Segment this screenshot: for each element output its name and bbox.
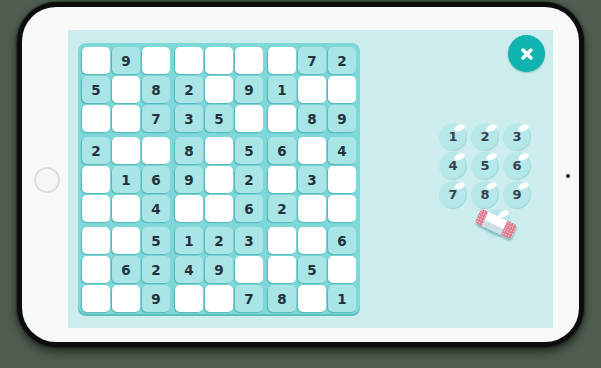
sudoku-cell-r9c9[interactable]: 1 xyxy=(328,285,356,312)
sudoku-cell-r2c2[interactable] xyxy=(112,76,140,103)
sudoku-cell-r6c5[interactable] xyxy=(205,195,233,222)
sudoku-cell-r8c3[interactable]: 2 xyxy=(142,256,170,283)
sudoku-cell-r6c4[interactable] xyxy=(175,195,203,222)
sudoku-cell-r8c2[interactable]: 6 xyxy=(112,256,140,283)
sudoku-cell-r3c8[interactable]: 8 xyxy=(298,105,326,132)
sudoku-cell-r5c4[interactable]: 9 xyxy=(175,166,203,193)
sudoku-cell-r4c1[interactable]: 2 xyxy=(82,137,110,164)
numpad-button-3[interactable]: 3 xyxy=(503,123,531,151)
sudoku-board: 9587293572189216485926643256291234976581 xyxy=(78,43,360,316)
sudoku-cell-r6c2[interactable] xyxy=(112,195,140,222)
sudoku-box-5: 85926 xyxy=(175,137,263,222)
sudoku-cell-r7c5[interactable]: 2 xyxy=(205,227,233,254)
sudoku-cell-r1c3[interactable] xyxy=(142,47,170,74)
sudoku-box-9: 6581 xyxy=(268,227,356,312)
sudoku-cell-r8c1[interactable] xyxy=(82,256,110,283)
sudoku-box-2: 2935 xyxy=(175,47,263,132)
sudoku-box-8: 123497 xyxy=(175,227,263,312)
eraser-button[interactable] xyxy=(483,209,511,237)
sudoku-cell-r7c4[interactable]: 1 xyxy=(175,227,203,254)
sudoku-cell-r8c9[interactable] xyxy=(328,256,356,283)
sudoku-cell-r6c8[interactable] xyxy=(298,195,326,222)
sudoku-cell-r2c1[interactable]: 5 xyxy=(82,76,110,103)
sudoku-cell-r5c9[interactable] xyxy=(328,166,356,193)
sudoku-cell-r7c2[interactable] xyxy=(112,227,140,254)
numpad-button-2[interactable]: 2 xyxy=(471,123,499,151)
sudoku-cell-r7c7[interactable] xyxy=(268,227,296,254)
sudoku-cell-r2c5[interactable] xyxy=(205,76,233,103)
tablet-frame: 9587293572189216485926643256291234976581… xyxy=(17,2,584,347)
sudoku-cell-r5c3[interactable]: 6 xyxy=(142,166,170,193)
sudoku-cell-r9c8[interactable] xyxy=(298,285,326,312)
sudoku-cell-r7c1[interactable] xyxy=(82,227,110,254)
sudoku-cell-r9c4[interactable] xyxy=(175,285,203,312)
sudoku-cell-r4c9[interactable]: 4 xyxy=(328,137,356,164)
sudoku-box-7: 5629 xyxy=(82,227,170,312)
sudoku-cell-r8c5[interactable]: 9 xyxy=(205,256,233,283)
sudoku-cell-r2c6[interactable]: 9 xyxy=(235,76,263,103)
sudoku-cell-r6c3[interactable]: 4 xyxy=(142,195,170,222)
sudoku-cell-r6c7[interactable]: 2 xyxy=(268,195,296,222)
sudoku-box-3: 72189 xyxy=(268,47,356,132)
numpad-button-7[interactable]: 7 xyxy=(439,181,467,209)
numpad-button-1[interactable]: 1 xyxy=(439,123,467,151)
sudoku-cell-r4c8[interactable] xyxy=(298,137,326,164)
game-screen: 9587293572189216485926643256291234976581… xyxy=(68,30,553,328)
sudoku-cell-r2c4[interactable]: 2 xyxy=(175,76,203,103)
sudoku-cell-r4c2[interactable] xyxy=(112,137,140,164)
sudoku-cell-r1c4[interactable] xyxy=(175,47,203,74)
sudoku-cell-r5c7[interactable] xyxy=(268,166,296,193)
sudoku-cell-r2c9[interactable] xyxy=(328,76,356,103)
sudoku-cell-r9c6[interactable]: 7 xyxy=(235,285,263,312)
sudoku-cell-r4c6[interactable]: 5 xyxy=(235,137,263,164)
camera-icon xyxy=(566,174,570,178)
sudoku-cell-r5c6[interactable]: 2 xyxy=(235,166,263,193)
numpad: 123456789 xyxy=(437,122,533,209)
sudoku-cell-r8c6[interactable] xyxy=(235,256,263,283)
sudoku-cell-r3c7[interactable] xyxy=(268,105,296,132)
numpad-button-4[interactable]: 4 xyxy=(439,152,467,180)
sudoku-cell-r3c6[interactable] xyxy=(235,105,263,132)
sudoku-cell-r1c1[interactable] xyxy=(82,47,110,74)
home-button[interactable] xyxy=(34,167,60,193)
sudoku-cell-r3c4[interactable]: 3 xyxy=(175,105,203,132)
sudoku-cell-r1c6[interactable] xyxy=(235,47,263,74)
sudoku-cell-r1c5[interactable] xyxy=(205,47,233,74)
sudoku-box-1: 9587 xyxy=(82,47,170,132)
sudoku-cell-r8c7[interactable] xyxy=(268,256,296,283)
sudoku-cell-r3c9[interactable]: 9 xyxy=(328,105,356,132)
sudoku-box-6: 6432 xyxy=(268,137,356,222)
sudoku-cell-r6c9[interactable] xyxy=(328,195,356,222)
sudoku-cell-r1c9[interactable]: 2 xyxy=(328,47,356,74)
sudoku-cell-r9c3[interactable]: 9 xyxy=(142,285,170,312)
sudoku-box-4: 2164 xyxy=(82,137,170,222)
sudoku-cell-r7c3[interactable]: 5 xyxy=(142,227,170,254)
close-icon xyxy=(519,46,535,62)
sudoku-cell-r6c1[interactable] xyxy=(82,195,110,222)
sudoku-cell-r4c3[interactable] xyxy=(142,137,170,164)
sudoku-cell-r3c1[interactable] xyxy=(82,105,110,132)
sudoku-cell-r1c7[interactable] xyxy=(268,47,296,74)
sudoku-cell-r5c8[interactable]: 3 xyxy=(298,166,326,193)
numpad-button-5[interactable]: 5 xyxy=(471,152,499,180)
sudoku-cell-r7c9[interactable]: 6 xyxy=(328,227,356,254)
sudoku-cell-r7c8[interactable] xyxy=(298,227,326,254)
close-button[interactable] xyxy=(508,35,545,72)
sudoku-cell-r5c2[interactable]: 1 xyxy=(112,166,140,193)
sudoku-cell-r5c5[interactable] xyxy=(205,166,233,193)
sudoku-cell-r5c1[interactable] xyxy=(82,166,110,193)
sudoku-cell-r7c6[interactable]: 3 xyxy=(235,227,263,254)
sudoku-cell-r4c4[interactable]: 8 xyxy=(175,137,203,164)
sudoku-cell-r2c3[interactable]: 8 xyxy=(142,76,170,103)
numpad-button-8[interactable]: 8 xyxy=(471,181,499,209)
sudoku-cell-r8c4[interactable]: 4 xyxy=(175,256,203,283)
tablet-bezel: 9587293572189216485926643256291234976581… xyxy=(22,7,579,342)
sudoku-cell-r4c7[interactable]: 6 xyxy=(268,137,296,164)
sudoku-cell-r8c8[interactable]: 5 xyxy=(298,256,326,283)
sudoku-cell-r3c2[interactable] xyxy=(112,105,140,132)
sudoku-cell-r6c6[interactable]: 6 xyxy=(235,195,263,222)
sudoku-cell-r9c7[interactable]: 8 xyxy=(268,285,296,312)
numpad-button-9[interactable]: 9 xyxy=(503,181,531,209)
sudoku-cell-r3c5[interactable]: 5 xyxy=(205,105,233,132)
sudoku-cell-r9c2[interactable] xyxy=(112,285,140,312)
numpad-button-6[interactable]: 6 xyxy=(503,152,531,180)
sudoku-cell-r9c5[interactable] xyxy=(205,285,233,312)
sudoku-cell-r9c1[interactable] xyxy=(82,285,110,312)
sudoku-cell-r4c5[interactable] xyxy=(205,137,233,164)
sudoku-cell-r1c8[interactable]: 7 xyxy=(298,47,326,74)
sudoku-cell-r2c7[interactable]: 1 xyxy=(268,76,296,103)
sudoku-cell-r3c3[interactable]: 7 xyxy=(142,105,170,132)
sudoku-cell-r2c8[interactable] xyxy=(298,76,326,103)
sudoku-cell-r1c2[interactable]: 9 xyxy=(112,47,140,74)
